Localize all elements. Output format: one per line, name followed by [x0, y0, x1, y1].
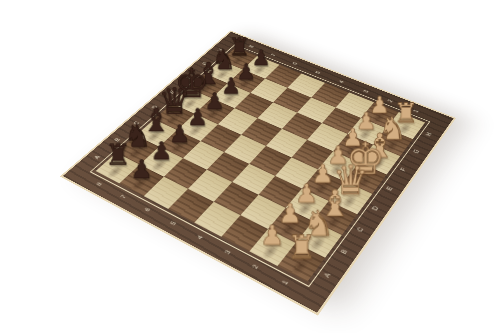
product-photo-stage: AA11BB22CC33DD44EE55FF66GG77HH88♜♞♝♛♚♝♞♜…: [0, 0, 500, 333]
coord-label-file-a-far: A: [94, 155, 102, 160]
coord-label-rank-6-left: 6: [144, 207, 152, 212]
white-rook-glyph: ♜: [287, 232, 316, 264]
coord-label-rank-4-right: 4: [339, 80, 346, 84]
white-pawn-glyph: ♟: [260, 222, 285, 249]
coord-label-file-d-near: D: [371, 206, 380, 212]
coord-label-rank-7-left: 7: [119, 194, 127, 199]
chess-board: AA11BB22CC33DD44EE55FF66GG77HH88♜♞♝♛♚♝♞♜…: [63, 32, 454, 313]
coord-label-file-e-near: E: [386, 186, 394, 192]
coord-label-rank-5-left: 5: [170, 221, 178, 227]
coord-label-file-a-near: A: [323, 272, 332, 279]
black-rook-glyph: ♜: [105, 141, 131, 170]
coord-label-rank-4-left: 4: [196, 235, 204, 241]
coord-label-file-f-near: F: [400, 167, 408, 172]
coord-label-file-b-near: B: [340, 249, 349, 256]
coord-label-file-g-near: G: [413, 149, 421, 154]
coord-label-rank-5-right: 5: [315, 71, 322, 75]
black-pawn-glyph: ♟: [130, 157, 153, 182]
coord-label-file-c-near: C: [356, 227, 365, 233]
coord-label-rank-3-left: 3: [223, 249, 231, 255]
coord-label-rank-1-left: 1: [281, 280, 290, 286]
coord-label-rank-2-left: 2: [252, 264, 261, 270]
coord-label-rank-6-right: 6: [292, 62, 299, 66]
coord-label-file-h-near: H: [425, 132, 433, 137]
coord-label-rank-8-left: 8: [96, 182, 104, 187]
